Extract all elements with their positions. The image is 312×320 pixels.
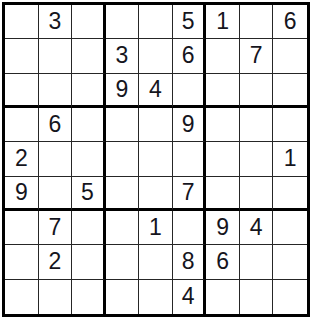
cell-r9c8[interactable] bbox=[240, 280, 274, 314]
cell-r2c6[interactable]: 6 bbox=[173, 39, 207, 73]
cell-r4c2[interactable]: 6 bbox=[39, 108, 73, 142]
cell-r2c8[interactable]: 7 bbox=[240, 39, 274, 73]
cell-r5c6[interactable] bbox=[173, 142, 207, 176]
cell-r3c7[interactable] bbox=[206, 74, 240, 108]
cell-r7c4[interactable] bbox=[106, 211, 140, 245]
cell-r9c9[interactable] bbox=[273, 280, 307, 314]
cell-r7c5[interactable]: 1 bbox=[139, 211, 173, 245]
cell-r2c7[interactable] bbox=[206, 39, 240, 73]
cell-r6c8[interactable] bbox=[240, 177, 274, 211]
sudoku-board: 351636794692195771942864 bbox=[2, 2, 310, 317]
cell-r5c2[interactable] bbox=[39, 142, 73, 176]
cell-r3c6[interactable] bbox=[173, 74, 207, 108]
cell-r6c1[interactable]: 9 bbox=[5, 177, 39, 211]
cell-r7c6[interactable] bbox=[173, 211, 207, 245]
cell-r8c2[interactable]: 2 bbox=[39, 245, 73, 279]
cell-r4c9[interactable] bbox=[273, 108, 307, 142]
cell-r8c3[interactable] bbox=[72, 245, 106, 279]
cell-r1c4[interactable] bbox=[106, 5, 140, 39]
cell-r1c5[interactable] bbox=[139, 5, 173, 39]
cell-r7c1[interactable] bbox=[5, 211, 39, 245]
cell-r3c2[interactable] bbox=[39, 74, 73, 108]
cell-r1c7[interactable]: 1 bbox=[206, 5, 240, 39]
cell-r2c3[interactable] bbox=[72, 39, 106, 73]
cell-r3c3[interactable] bbox=[72, 74, 106, 108]
cell-r8c4[interactable] bbox=[106, 245, 140, 279]
cell-r1c9[interactable]: 6 bbox=[273, 5, 307, 39]
cell-r1c3[interactable] bbox=[72, 5, 106, 39]
cell-r3c1[interactable] bbox=[5, 74, 39, 108]
cell-r5c8[interactable] bbox=[240, 142, 274, 176]
cell-r6c3[interactable]: 5 bbox=[72, 177, 106, 211]
cell-r9c7[interactable] bbox=[206, 280, 240, 314]
cell-r4c8[interactable] bbox=[240, 108, 274, 142]
cell-r1c2[interactable]: 3 bbox=[39, 5, 73, 39]
cell-r8c8[interactable] bbox=[240, 245, 274, 279]
cell-r3c4[interactable]: 9 bbox=[106, 74, 140, 108]
cell-r3c9[interactable] bbox=[273, 74, 307, 108]
cell-r1c8[interactable] bbox=[240, 5, 274, 39]
cell-r5c4[interactable] bbox=[106, 142, 140, 176]
cell-r8c5[interactable] bbox=[139, 245, 173, 279]
cell-r2c4[interactable]: 3 bbox=[106, 39, 140, 73]
cell-r6c7[interactable] bbox=[206, 177, 240, 211]
cell-r9c3[interactable] bbox=[72, 280, 106, 314]
cell-r2c1[interactable] bbox=[5, 39, 39, 73]
cell-r6c4[interactable] bbox=[106, 177, 140, 211]
cell-r5c9[interactable]: 1 bbox=[273, 142, 307, 176]
cell-r7c9[interactable] bbox=[273, 211, 307, 245]
cell-r4c6[interactable]: 9 bbox=[173, 108, 207, 142]
cell-r4c3[interactable] bbox=[72, 108, 106, 142]
cell-r2c2[interactable] bbox=[39, 39, 73, 73]
cell-r6c5[interactable] bbox=[139, 177, 173, 211]
cell-r5c7[interactable] bbox=[206, 142, 240, 176]
cell-r7c8[interactable]: 4 bbox=[240, 211, 274, 245]
cell-r2c5[interactable] bbox=[139, 39, 173, 73]
cell-r4c5[interactable] bbox=[139, 108, 173, 142]
cell-r5c3[interactable] bbox=[72, 142, 106, 176]
cell-r6c2[interactable] bbox=[39, 177, 73, 211]
cell-r8c1[interactable] bbox=[5, 245, 39, 279]
cell-r9c2[interactable] bbox=[39, 280, 73, 314]
cell-r1c6[interactable]: 5 bbox=[173, 5, 207, 39]
cell-r4c7[interactable] bbox=[206, 108, 240, 142]
cell-r8c9[interactable] bbox=[273, 245, 307, 279]
cell-r8c6[interactable]: 8 bbox=[173, 245, 207, 279]
cell-r7c2[interactable]: 7 bbox=[39, 211, 73, 245]
cell-r3c8[interactable] bbox=[240, 74, 274, 108]
cell-r6c9[interactable] bbox=[273, 177, 307, 211]
cell-r7c7[interactable]: 9 bbox=[206, 211, 240, 245]
cell-r6c6[interactable]: 7 bbox=[173, 177, 207, 211]
cell-r7c3[interactable] bbox=[72, 211, 106, 245]
cell-r9c4[interactable] bbox=[106, 280, 140, 314]
cell-r9c5[interactable] bbox=[139, 280, 173, 314]
cell-r1c1[interactable] bbox=[5, 5, 39, 39]
cell-r8c7[interactable]: 6 bbox=[206, 245, 240, 279]
cell-r4c1[interactable] bbox=[5, 108, 39, 142]
cell-r9c1[interactable] bbox=[5, 280, 39, 314]
cell-r5c5[interactable] bbox=[139, 142, 173, 176]
cell-r4c4[interactable] bbox=[106, 108, 140, 142]
cell-r9c6[interactable]: 4 bbox=[173, 280, 207, 314]
cell-r5c1[interactable]: 2 bbox=[5, 142, 39, 176]
cell-r2c9[interactable] bbox=[273, 39, 307, 73]
cell-r3c5[interactable]: 4 bbox=[139, 74, 173, 108]
